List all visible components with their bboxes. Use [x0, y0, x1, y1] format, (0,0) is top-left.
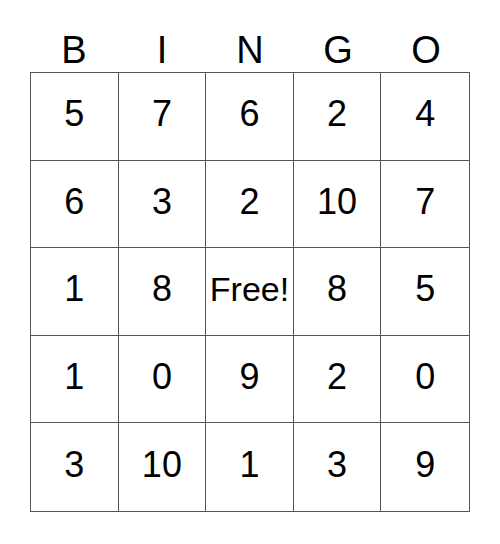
cell-r1c1[interactable]: 5	[31, 73, 119, 161]
header-letter-b: B	[61, 31, 86, 69]
board-grid: 5762463210718Free!8510920310139	[30, 72, 470, 512]
cell-r4c2[interactable]: 0	[119, 336, 207, 424]
free-cell[interactable]: Free!	[206, 248, 294, 336]
cell-r5c4[interactable]: 3	[294, 423, 382, 511]
bingo-card: BINGO 5762463210718Free!8510920310139	[0, 0, 500, 544]
cell-r3c2[interactable]: 8	[119, 248, 207, 336]
header-letter-g: G	[323, 31, 353, 69]
cell-r5c3[interactable]: 1	[206, 423, 294, 511]
header-letter-i: I	[157, 31, 168, 69]
cell-r1c2[interactable]: 7	[119, 73, 207, 161]
bingo-header: BINGO	[30, 0, 470, 72]
cell-r3c5[interactable]: 5	[381, 248, 469, 336]
cell-r4c5[interactable]: 0	[381, 336, 469, 424]
cell-r2c4[interactable]: 10	[294, 161, 382, 249]
cell-r5c5[interactable]: 9	[381, 423, 469, 511]
cell-r5c1[interactable]: 3	[31, 423, 119, 511]
cell-r2c3[interactable]: 2	[206, 161, 294, 249]
cell-r5c2[interactable]: 10	[119, 423, 207, 511]
cell-r2c2[interactable]: 3	[119, 161, 207, 249]
cell-r4c1[interactable]: 1	[31, 336, 119, 424]
header-letter-o: O	[411, 31, 441, 69]
cell-r3c1[interactable]: 1	[31, 248, 119, 336]
cell-r2c5[interactable]: 7	[381, 161, 469, 249]
cell-r2c1[interactable]: 6	[31, 161, 119, 249]
cell-r1c5[interactable]: 4	[381, 73, 469, 161]
cell-r1c4[interactable]: 2	[294, 73, 382, 161]
cell-r4c3[interactable]: 9	[206, 336, 294, 424]
cell-r3c4[interactable]: 8	[294, 248, 382, 336]
cell-r4c4[interactable]: 2	[294, 336, 382, 424]
cell-r1c3[interactable]: 6	[206, 73, 294, 161]
header-letter-n: N	[236, 31, 263, 69]
